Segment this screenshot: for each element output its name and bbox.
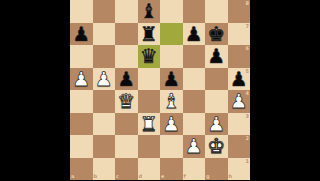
square-b8[interactable] xyxy=(93,0,116,23)
square-d6[interactable]: ♛ xyxy=(138,45,161,68)
black-pawn-piece: ♟ xyxy=(162,68,180,88)
square-b3[interactable] xyxy=(93,113,116,136)
square-b2[interactable] xyxy=(93,135,116,158)
square-d2[interactable] xyxy=(138,135,161,158)
chess-board: ♝8♟♜♟♚7♛♟6♟♟♟♟♟5♛♝♟4♜♟♟3♟♚2abcdefgh1 xyxy=(70,0,250,180)
white-bishop-piece: ♝ xyxy=(162,91,180,111)
square-e7[interactable] xyxy=(160,23,183,46)
square-f7[interactable]: ♟ xyxy=(183,23,206,46)
file-label-c: c xyxy=(116,174,119,179)
square-e2[interactable] xyxy=(160,135,183,158)
square-f3[interactable] xyxy=(183,113,206,136)
black-pawn-piece: ♟ xyxy=(117,68,135,88)
black-pawn-piece: ♟ xyxy=(207,46,225,66)
square-h7[interactable]: 7 xyxy=(228,23,251,46)
square-e6[interactable] xyxy=(160,45,183,68)
square-f4[interactable] xyxy=(183,90,206,113)
file-label-g: g xyxy=(206,174,210,179)
file-label-h: h xyxy=(229,174,233,179)
square-h1[interactable]: h1 xyxy=(228,158,251,181)
black-pawn-piece: ♟ xyxy=(185,23,203,43)
white-pawn-piece: ♟ xyxy=(162,113,180,133)
square-f1[interactable]: f xyxy=(183,158,206,181)
file-label-b: b xyxy=(94,174,98,179)
square-b7[interactable] xyxy=(93,23,116,46)
square-f6[interactable] xyxy=(183,45,206,68)
rank-label-6: 6 xyxy=(246,46,249,51)
square-h8[interactable]: 8 xyxy=(228,0,251,23)
square-f2[interactable]: ♟ xyxy=(183,135,206,158)
square-g5[interactable] xyxy=(205,68,228,91)
black-king-piece: ♚ xyxy=(207,23,225,43)
square-g4[interactable] xyxy=(205,90,228,113)
square-b5[interactable]: ♟ xyxy=(93,68,116,91)
square-c2[interactable] xyxy=(115,135,138,158)
square-g8[interactable] xyxy=(205,0,228,23)
rank-label-7: 7 xyxy=(246,24,249,29)
letterbox-left xyxy=(0,0,70,180)
square-g2[interactable]: ♚ xyxy=(205,135,228,158)
square-b6[interactable] xyxy=(93,45,116,68)
white-pawn-piece: ♟ xyxy=(95,68,113,88)
square-g3[interactable]: ♟ xyxy=(205,113,228,136)
square-d3[interactable]: ♜ xyxy=(138,113,161,136)
square-a5[interactable]: ♟ xyxy=(70,68,93,91)
square-h6[interactable]: 6 xyxy=(228,45,251,68)
letterbox-right xyxy=(250,0,320,180)
square-c8[interactable] xyxy=(115,0,138,23)
square-a8[interactable] xyxy=(70,0,93,23)
square-g1[interactable]: g xyxy=(205,158,228,181)
square-a1[interactable]: a xyxy=(70,158,93,181)
square-d7[interactable]: ♜ xyxy=(138,23,161,46)
square-b1[interactable]: b xyxy=(93,158,116,181)
rank-label-8: 8 xyxy=(246,1,249,6)
square-h5[interactable]: ♟5 xyxy=(228,68,251,91)
square-f8[interactable] xyxy=(183,0,206,23)
black-pawn-piece: ♟ xyxy=(230,68,248,88)
rank-label-5: 5 xyxy=(246,69,249,74)
square-b4[interactable] xyxy=(93,90,116,113)
white-pawn-piece: ♟ xyxy=(72,68,90,88)
rank-label-2: 2 xyxy=(246,136,249,141)
square-d4[interactable] xyxy=(138,90,161,113)
square-c1[interactable]: c xyxy=(115,158,138,181)
square-c4[interactable]: ♛ xyxy=(115,90,138,113)
square-f5[interactable] xyxy=(183,68,206,91)
square-c6[interactable] xyxy=(115,45,138,68)
screenshot-root: { "game": "chess", "position": { "fen": … xyxy=(0,0,320,180)
square-h3[interactable]: 3 xyxy=(228,113,251,136)
white-queen-piece: ♛ xyxy=(117,91,135,111)
black-rook-piece: ♜ xyxy=(140,23,158,43)
square-a7[interactable]: ♟ xyxy=(70,23,93,46)
square-g7[interactable]: ♚ xyxy=(205,23,228,46)
square-h2[interactable]: 2 xyxy=(228,135,251,158)
file-label-f: f xyxy=(184,174,186,179)
square-e8[interactable] xyxy=(160,0,183,23)
square-e1[interactable]: e xyxy=(160,158,183,181)
rank-label-3: 3 xyxy=(246,114,249,119)
white-king-piece: ♚ xyxy=(207,136,225,156)
square-d8[interactable]: ♝ xyxy=(138,0,161,23)
square-e4[interactable]: ♝ xyxy=(160,90,183,113)
rank-label-4: 4 xyxy=(246,91,249,96)
square-a4[interactable] xyxy=(70,90,93,113)
square-c7[interactable] xyxy=(115,23,138,46)
square-e5[interactable]: ♟ xyxy=(160,68,183,91)
square-c5[interactable]: ♟ xyxy=(115,68,138,91)
square-h4[interactable]: ♟4 xyxy=(228,90,251,113)
white-pawn-piece: ♟ xyxy=(207,113,225,133)
file-label-d: d xyxy=(139,174,143,179)
square-c3[interactable] xyxy=(115,113,138,136)
square-e3[interactable]: ♟ xyxy=(160,113,183,136)
file-label-e: e xyxy=(161,174,164,179)
white-rook-piece: ♜ xyxy=(140,113,158,133)
square-d5[interactable] xyxy=(138,68,161,91)
black-queen-piece: ♛ xyxy=(140,46,158,66)
black-bishop-piece: ♝ xyxy=(140,1,158,21)
file-label-a: a xyxy=(71,174,74,179)
square-a6[interactable] xyxy=(70,45,93,68)
rank-label-1: 1 xyxy=(246,159,249,164)
square-a2[interactable] xyxy=(70,135,93,158)
black-pawn-piece: ♟ xyxy=(72,23,90,43)
square-g6[interactable]: ♟ xyxy=(205,45,228,68)
square-d1[interactable]: d xyxy=(138,158,161,181)
white-pawn-piece: ♟ xyxy=(230,91,248,111)
square-a3[interactable] xyxy=(70,113,93,136)
white-pawn-piece: ♟ xyxy=(185,136,203,156)
